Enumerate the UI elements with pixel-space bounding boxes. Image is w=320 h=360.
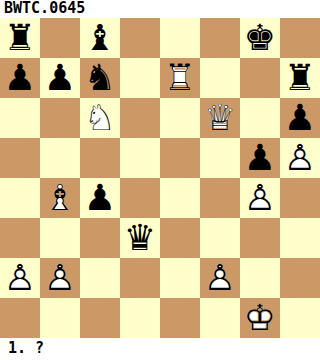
square-c6[interactable]: ♞♘ bbox=[80, 98, 120, 138]
piece-black-pawn: ♟ bbox=[280, 98, 320, 138]
square-a2[interactable]: ♟♙ bbox=[0, 258, 40, 298]
square-h1[interactable] bbox=[280, 298, 320, 338]
bishop-glyph-outline: ♗ bbox=[40, 178, 80, 218]
pawn-glyph-outline: ♙ bbox=[40, 258, 80, 298]
square-h5[interactable]: ♟♙ bbox=[280, 138, 320, 178]
square-f4[interactable] bbox=[200, 178, 240, 218]
piece-black-knight: ♞ bbox=[80, 58, 120, 98]
square-g3[interactable] bbox=[240, 218, 280, 258]
square-g1[interactable]: ♚♔ bbox=[240, 298, 280, 338]
pawn-glyph-outline: ♙ bbox=[200, 258, 240, 298]
square-d5[interactable] bbox=[120, 138, 160, 178]
square-e1[interactable] bbox=[160, 298, 200, 338]
puzzle-title: BWTC.0645 bbox=[0, 0, 320, 18]
square-g4[interactable]: ♟♙ bbox=[240, 178, 280, 218]
king-glyph-outline: ♔ bbox=[240, 298, 280, 338]
square-f7[interactable] bbox=[200, 58, 240, 98]
square-h2[interactable] bbox=[280, 258, 320, 298]
queen-glyph-fill: ♛ bbox=[120, 218, 160, 258]
pawn-glyph-outline: ♙ bbox=[240, 178, 280, 218]
square-b1[interactable] bbox=[40, 298, 80, 338]
square-g6[interactable] bbox=[240, 98, 280, 138]
square-f2[interactable]: ♟♙ bbox=[200, 258, 240, 298]
pawn-glyph-fill: ♟ bbox=[80, 178, 120, 218]
square-b7[interactable]: ♟ bbox=[40, 58, 80, 98]
square-a3[interactable] bbox=[0, 218, 40, 258]
square-d3[interactable]: ♛ bbox=[120, 218, 160, 258]
square-h6[interactable]: ♟ bbox=[280, 98, 320, 138]
pawn-glyph-fill: ♟ bbox=[0, 58, 40, 98]
piece-black-pawn: ♟ bbox=[40, 58, 80, 98]
piece-black-pawn: ♟ bbox=[240, 138, 280, 178]
square-f8[interactable] bbox=[200, 18, 240, 58]
square-a4[interactable] bbox=[0, 178, 40, 218]
piece-white-pawn: ♟♙ bbox=[240, 178, 280, 218]
rook-glyph-fill: ♜ bbox=[280, 58, 320, 98]
square-c7[interactable]: ♞ bbox=[80, 58, 120, 98]
square-d6[interactable] bbox=[120, 98, 160, 138]
square-b6[interactable] bbox=[40, 98, 80, 138]
square-e6[interactable] bbox=[160, 98, 200, 138]
pawn-glyph-outline: ♙ bbox=[280, 138, 320, 178]
square-f1[interactable] bbox=[200, 298, 240, 338]
piece-black-pawn: ♟ bbox=[80, 178, 120, 218]
chess-board: ♜♝♚♟♟♞♜♖♜♞♘♛♕♟♟♟♙♝♗♟♟♙♛♟♙♟♙♟♙♚♔ bbox=[0, 18, 320, 338]
king-glyph-fill: ♚ bbox=[240, 18, 280, 58]
square-h7[interactable]: ♜ bbox=[280, 58, 320, 98]
square-g8[interactable]: ♚ bbox=[240, 18, 280, 58]
square-f6[interactable]: ♛♕ bbox=[200, 98, 240, 138]
square-h4[interactable] bbox=[280, 178, 320, 218]
square-a8[interactable]: ♜ bbox=[0, 18, 40, 58]
square-e7[interactable]: ♜♖ bbox=[160, 58, 200, 98]
pawn-glyph-fill: ♟ bbox=[40, 58, 80, 98]
rook-glyph-fill: ♜ bbox=[0, 18, 40, 58]
square-b2[interactable]: ♟♙ bbox=[40, 258, 80, 298]
piece-black-rook: ♜ bbox=[280, 58, 320, 98]
square-c3[interactable] bbox=[80, 218, 120, 258]
square-c5[interactable] bbox=[80, 138, 120, 178]
square-h3[interactable] bbox=[280, 218, 320, 258]
square-a1[interactable] bbox=[0, 298, 40, 338]
square-a7[interactable]: ♟ bbox=[0, 58, 40, 98]
square-d4[interactable] bbox=[120, 178, 160, 218]
piece-black-rook: ♜ bbox=[0, 18, 40, 58]
square-h8[interactable] bbox=[280, 18, 320, 58]
square-c4[interactable]: ♟ bbox=[80, 178, 120, 218]
piece-white-pawn: ♟♙ bbox=[0, 258, 40, 298]
rook-glyph-outline: ♖ bbox=[160, 58, 200, 98]
square-b4[interactable]: ♝♗ bbox=[40, 178, 80, 218]
pawn-glyph-outline: ♙ bbox=[0, 258, 40, 298]
square-e3[interactable] bbox=[160, 218, 200, 258]
pawn-glyph-fill: ♟ bbox=[280, 98, 320, 138]
square-e2[interactable] bbox=[160, 258, 200, 298]
square-g5[interactable]: ♟ bbox=[240, 138, 280, 178]
piece-white-pawn: ♟♙ bbox=[200, 258, 240, 298]
square-a6[interactable] bbox=[0, 98, 40, 138]
square-e4[interactable] bbox=[160, 178, 200, 218]
piece-white-pawn: ♟♙ bbox=[40, 258, 80, 298]
square-d8[interactable] bbox=[120, 18, 160, 58]
square-b8[interactable] bbox=[40, 18, 80, 58]
square-f3[interactable] bbox=[200, 218, 240, 258]
piece-white-bishop: ♝♗ bbox=[40, 178, 80, 218]
piece-white-rook: ♜♖ bbox=[160, 58, 200, 98]
square-e5[interactable] bbox=[160, 138, 200, 178]
square-d7[interactable] bbox=[120, 58, 160, 98]
piece-white-king: ♚♔ bbox=[240, 298, 280, 338]
piece-black-bishop: ♝ bbox=[80, 18, 120, 58]
move-prompt: 1. ? bbox=[0, 338, 320, 360]
bishop-glyph-fill: ♝ bbox=[80, 18, 120, 58]
square-c1[interactable] bbox=[80, 298, 120, 338]
knight-glyph-outline: ♘ bbox=[80, 98, 120, 138]
knight-glyph-fill: ♞ bbox=[80, 58, 120, 98]
queen-glyph-outline: ♕ bbox=[200, 98, 240, 138]
square-b5[interactable] bbox=[40, 138, 80, 178]
piece-white-pawn: ♟♙ bbox=[280, 138, 320, 178]
square-c8[interactable]: ♝ bbox=[80, 18, 120, 58]
square-c2[interactable] bbox=[80, 258, 120, 298]
square-b3[interactable] bbox=[40, 218, 80, 258]
piece-black-king: ♚ bbox=[240, 18, 280, 58]
square-g7[interactable] bbox=[240, 58, 280, 98]
square-f5[interactable] bbox=[200, 138, 240, 178]
square-a5[interactable] bbox=[0, 138, 40, 178]
piece-black-pawn: ♟ bbox=[0, 58, 40, 98]
square-e8[interactable] bbox=[160, 18, 200, 58]
square-g2[interactable] bbox=[240, 258, 280, 298]
piece-white-queen: ♛♕ bbox=[200, 98, 240, 138]
square-d2[interactable] bbox=[120, 258, 160, 298]
square-d1[interactable] bbox=[120, 298, 160, 338]
piece-black-queen: ♛ bbox=[120, 218, 160, 258]
piece-white-knight: ♞♘ bbox=[80, 98, 120, 138]
pawn-glyph-fill: ♟ bbox=[240, 138, 280, 178]
